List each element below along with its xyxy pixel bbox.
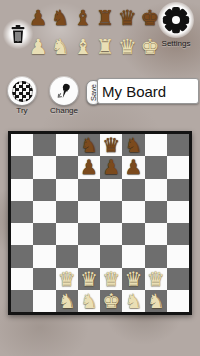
- square-c5[interactable]: [56, 201, 78, 223]
- square-d1[interactable]: ♞: [78, 290, 100, 312]
- square-b3[interactable]: [33, 245, 55, 267]
- gear-icon: [158, 2, 194, 38]
- square-e4[interactable]: [100, 223, 122, 245]
- square-c2[interactable]: ♛: [56, 268, 78, 290]
- square-b8[interactable]: [33, 134, 55, 156]
- light-rook-palette-piece[interactable]: ♜: [94, 32, 116, 61]
- square-e2[interactable]: ♛: [100, 268, 122, 290]
- square-e1[interactable]: ♚: [100, 290, 122, 312]
- square-h7[interactable]: [167, 156, 189, 178]
- checkerboard-icon: [12, 81, 33, 102]
- square-g2[interactable]: ♛: [145, 268, 167, 290]
- square-c4[interactable]: [56, 223, 78, 245]
- change-label: Change: [46, 106, 82, 115]
- dark-pawn: ♟: [102, 157, 120, 177]
- pushpin-icon: [55, 82, 73, 100]
- light-queen: ♛: [147, 269, 165, 289]
- board-name-input[interactable]: [97, 78, 199, 104]
- light-knight-palette-piece[interactable]: ♞: [49, 32, 71, 61]
- dark-knight-palette-piece[interactable]: ♞: [49, 3, 71, 32]
- square-d4[interactable]: [78, 223, 100, 245]
- square-e3[interactable]: [100, 245, 122, 267]
- square-c6[interactable]: [56, 179, 78, 201]
- settings-label: Settings: [153, 39, 199, 48]
- change-button[interactable]: Change: [46, 77, 82, 115]
- square-b5[interactable]: [33, 201, 55, 223]
- square-b2[interactable]: [33, 268, 55, 290]
- light-king: ♚: [102, 291, 120, 311]
- piece-palette: ♟♞♝♜♛♚♟♞♝♜♛♚: [27, 3, 161, 61]
- square-d5[interactable]: [78, 201, 100, 223]
- dark-pawn-palette-piece[interactable]: ♟: [27, 3, 49, 32]
- square-f2[interactable]: ♛: [122, 268, 144, 290]
- dark-pawn: ♟: [124, 157, 142, 177]
- square-c1[interactable]: ♞: [56, 290, 78, 312]
- chess-board[interactable]: ♞♛♞♟♟♟♛♛♛♛♛♞♞♚♞♞: [8, 131, 192, 315]
- light-queen: ♛: [58, 269, 76, 289]
- square-f1[interactable]: ♞: [122, 290, 144, 312]
- square-h1[interactable]: [167, 290, 189, 312]
- square-e7[interactable]: ♟: [100, 156, 122, 178]
- settings-button[interactable]: Settings: [153, 2, 199, 48]
- square-c7[interactable]: [56, 156, 78, 178]
- square-g7[interactable]: [145, 156, 167, 178]
- square-b6[interactable]: [33, 179, 55, 201]
- dark-bishop-palette-piece[interactable]: ♝: [72, 3, 94, 32]
- square-d6[interactable]: [78, 179, 100, 201]
- square-a1[interactable]: [11, 290, 33, 312]
- chess-board-editor-app: ♟♞♝♜♛♚♟♞♝♜♛♚ Settings Try: [0, 0, 200, 356]
- light-knight: ♞: [58, 291, 76, 311]
- square-b7[interactable]: [33, 156, 55, 178]
- square-a6[interactable]: [11, 179, 33, 201]
- dark-queen-palette-piece[interactable]: ♛: [116, 3, 138, 32]
- dark-pawn: ♟: [80, 157, 98, 177]
- square-h2[interactable]: [167, 268, 189, 290]
- square-g1[interactable]: ♞: [145, 290, 167, 312]
- light-knight: ♞: [80, 291, 98, 311]
- light-pawn-palette-piece[interactable]: ♟: [27, 32, 49, 61]
- square-d3[interactable]: [78, 245, 100, 267]
- square-h4[interactable]: [167, 223, 189, 245]
- square-d8[interactable]: ♞: [78, 134, 100, 156]
- dark-rook-palette-piece[interactable]: ♜: [94, 3, 116, 32]
- light-queen: ♛: [102, 269, 120, 289]
- square-f6[interactable]: [122, 179, 144, 201]
- square-h3[interactable]: [167, 245, 189, 267]
- square-f4[interactable]: [122, 223, 144, 245]
- square-a3[interactable]: [11, 245, 33, 267]
- square-e8[interactable]: ♛: [100, 134, 122, 156]
- square-a4[interactable]: [11, 223, 33, 245]
- square-a5[interactable]: [11, 201, 33, 223]
- square-g6[interactable]: [145, 179, 167, 201]
- square-d2[interactable]: ♛: [78, 268, 100, 290]
- square-h5[interactable]: [167, 201, 189, 223]
- light-knight: ♞: [147, 291, 165, 311]
- square-a7[interactable]: [11, 156, 33, 178]
- light-knight: ♞: [124, 291, 142, 311]
- square-g8[interactable]: [145, 134, 167, 156]
- square-g3[interactable]: [145, 245, 167, 267]
- square-e6[interactable]: [100, 179, 122, 201]
- square-g4[interactable]: [145, 223, 167, 245]
- square-f8[interactable]: ♞: [122, 134, 144, 156]
- square-f7[interactable]: ♟: [122, 156, 144, 178]
- square-c3[interactable]: [56, 245, 78, 267]
- dark-queen: ♛: [102, 135, 120, 155]
- square-c8[interactable]: [56, 134, 78, 156]
- square-h6[interactable]: [167, 179, 189, 201]
- square-b1[interactable]: [33, 290, 55, 312]
- square-e5[interactable]: [100, 201, 122, 223]
- dark-knight: ♞: [80, 135, 98, 155]
- light-queen-palette-piece[interactable]: ♛: [116, 32, 138, 61]
- light-queen: ♛: [124, 269, 142, 289]
- square-g5[interactable]: [145, 201, 167, 223]
- square-f5[interactable]: [122, 201, 144, 223]
- dark-knight: ♞: [124, 135, 142, 155]
- light-bishop-palette-piece[interactable]: ♝: [72, 32, 94, 61]
- try-label: Try: [4, 106, 40, 115]
- square-h8[interactable]: [167, 134, 189, 156]
- square-a2[interactable]: [11, 268, 33, 290]
- square-b4[interactable]: [33, 223, 55, 245]
- square-a8[interactable]: [11, 134, 33, 156]
- square-f3[interactable]: [122, 245, 144, 267]
- trash-icon: [10, 25, 26, 43]
- square-d7[interactable]: ♟: [78, 156, 100, 178]
- light-queen: ♛: [80, 269, 98, 289]
- try-button[interactable]: Try: [4, 77, 40, 115]
